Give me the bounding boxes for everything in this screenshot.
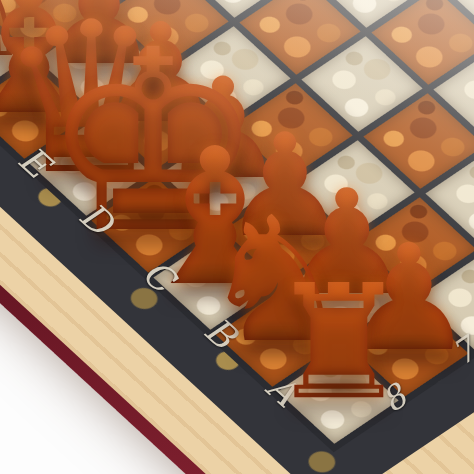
amber-chess-set-photo: E D C B A 8 7 ♜♞♝♚♛♝♞♟♟♟♟♟♟ <box>0 0 474 474</box>
piece-rook-a8: ♜ <box>268 263 410 421</box>
